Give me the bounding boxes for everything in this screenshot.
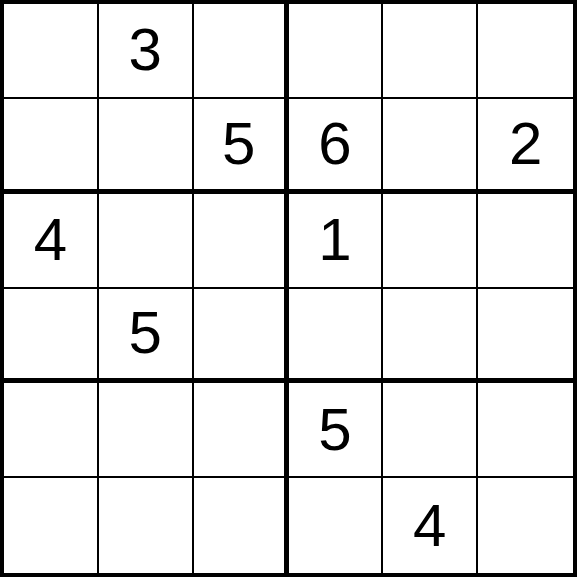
sudoku-puzzle: 356241554 (0, 0, 577, 577)
cell-r1c5[interactable] (383, 4, 478, 99)
cell-r3c5[interactable] (383, 194, 478, 289)
cell-r5c1[interactable] (4, 383, 99, 478)
cell-r3c1[interactable]: 4 (4, 194, 99, 289)
cell-r3c3[interactable] (194, 194, 289, 289)
cell-r6c3[interactable] (194, 478, 289, 573)
cell-r4c5[interactable] (383, 289, 478, 384)
cell-r3c4[interactable]: 1 (289, 194, 384, 289)
cell-r6c2[interactable] (99, 478, 194, 573)
cell-r6c4[interactable] (289, 478, 384, 573)
cell-r4c4[interactable] (289, 289, 384, 384)
cell-r5c4[interactable]: 5 (289, 383, 384, 478)
cell-r3c2[interactable] (99, 194, 194, 289)
cell-r4c1[interactable] (4, 289, 99, 384)
cell-r4c3[interactable] (194, 289, 289, 384)
cell-r6c1[interactable] (4, 478, 99, 573)
cell-r5c3[interactable] (194, 383, 289, 478)
cell-r5c5[interactable] (383, 383, 478, 478)
cell-r1c3[interactable] (194, 4, 289, 99)
cell-r5c6[interactable] (478, 383, 573, 478)
cell-r2c2[interactable] (99, 99, 194, 194)
cell-r4c2[interactable]: 5 (99, 289, 194, 384)
cell-r1c2[interactable]: 3 (99, 4, 194, 99)
cell-r2c4[interactable]: 6 (289, 99, 384, 194)
cell-r5c2[interactable] (99, 383, 194, 478)
cell-r1c4[interactable] (289, 4, 384, 99)
sudoku-board: 356241554 (0, 0, 577, 577)
cell-r6c6[interactable] (478, 478, 573, 573)
cell-r1c1[interactable] (4, 4, 99, 99)
cell-r2c1[interactable] (4, 99, 99, 194)
cell-r4c6[interactable] (478, 289, 573, 384)
cell-r2c3[interactable]: 5 (194, 99, 289, 194)
cell-r1c6[interactable] (478, 4, 573, 99)
cell-r2c5[interactable] (383, 99, 478, 194)
cell-r2c6[interactable]: 2 (478, 99, 573, 194)
cell-r6c5[interactable]: 4 (383, 478, 478, 573)
cell-r3c6[interactable] (478, 194, 573, 289)
